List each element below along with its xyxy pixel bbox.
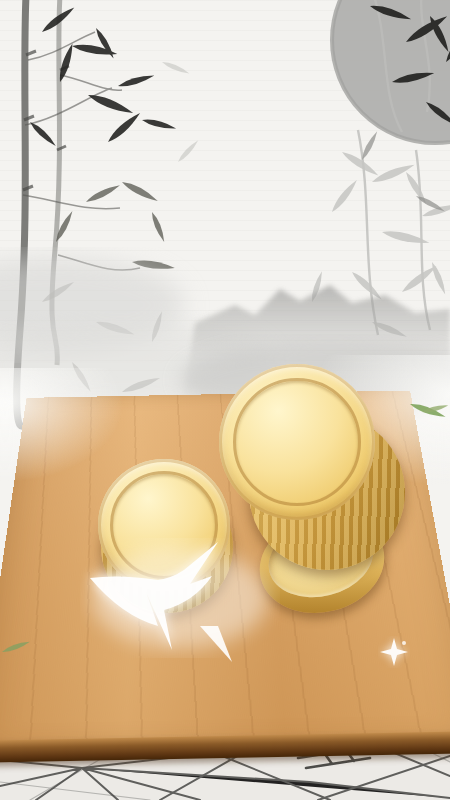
title-char-zhan <box>0 93 450 99</box>
bamboo-ink-left <box>0 0 215 430</box>
battle-splash-screen[interactable] <box>0 0 450 800</box>
ink-moon-and-bamboo-top-right <box>220 0 450 345</box>
board-grid-lines <box>0 390 450 749</box>
title-char-dui <box>0 81 450 90</box>
app-title-calligraphy <box>0 86 450 96</box>
xiangqi-board <box>0 390 450 749</box>
